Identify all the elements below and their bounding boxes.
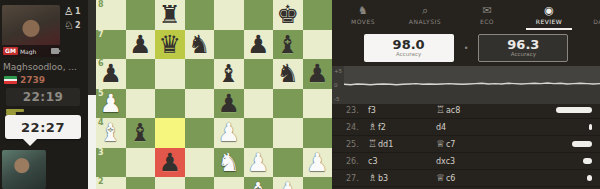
square-f6[interactable]: [244, 59, 274, 89]
black-knight-g6[interactable]: ♞: [277, 61, 299, 86]
move-time-bar-wrap: [504, 124, 592, 130]
move-time-bar: [572, 141, 592, 147]
board-container: 8♜♚7♟♛♞♟♝6♟♝♞♟5♟♟4♝♝♟3♟♞♟♟2♝♟1: [96, 0, 332, 189]
move-row-26: 26.c3dxc3: [332, 153, 600, 170]
square-g6[interactable]: ♞: [273, 59, 303, 89]
white-pawn-f3[interactable]: ♟: [247, 150, 269, 175]
accuracy-white-box: 98.0 Accuracy: [364, 34, 454, 62]
black-pawn-h6[interactable]: ♟: [306, 61, 328, 86]
captured-count: 2: [75, 22, 81, 30]
square-b7[interactable]: ♟: [126, 30, 156, 60]
black-move[interactable]: ♕c6: [436, 173, 504, 183]
tab-label: ECO: [480, 18, 494, 25]
black-bishop-b4[interactable]: ♝: [129, 120, 151, 145]
black-pawn-f7[interactable]: ♟: [247, 32, 269, 57]
square-a3[interactable]: 3: [96, 148, 126, 178]
square-e8[interactable]: [214, 0, 244, 30]
black-move[interactable]: d4: [436, 123, 504, 132]
move-time-bar: [589, 124, 592, 130]
tab-moves[interactable]: ♞MOVES: [332, 0, 394, 30]
rank-label-5: 5: [98, 90, 104, 98]
move-time-bar: [587, 175, 592, 181]
white-pawn-h3[interactable]: ♟: [306, 150, 328, 175]
captured-row-1: ♘2: [64, 20, 80, 31]
knight-icon: ♞: [358, 5, 368, 16]
square-a4[interactable]: 4♝: [96, 118, 126, 148]
accuracy-separator-dot: •: [464, 44, 469, 53]
black-figurine-icon: ♖: [436, 105, 445, 115]
captured-piece-icon: ♙: [64, 6, 74, 17]
square-h2[interactable]: [303, 177, 333, 189]
photo-overlay-name: Magh: [20, 48, 49, 55]
accuracy-black-value: 96.3: [507, 38, 539, 52]
accuracy-white-value: 98.0: [393, 38, 425, 52]
rank-label-7: 7: [98, 31, 104, 39]
captured-row-0: ♙1: [64, 6, 80, 17]
square-e4[interactable]: ♟: [214, 118, 244, 148]
square-h6[interactable]: ♟: [303, 59, 333, 89]
captured-piece-icon: ♘: [64, 20, 74, 31]
chess-review-app: GM Magh ♙1♘2 Maghsoodloo, ... 2739 22:19…: [0, 0, 600, 189]
square-c7[interactable]: ♛: [155, 30, 185, 60]
move-row-25: 25.♖dd1♕c7: [332, 136, 600, 153]
tab-label: REVIEW: [536, 18, 563, 25]
black-bishop-e6[interactable]: ♝: [218, 61, 240, 86]
square-d5[interactable]: [185, 89, 215, 119]
black-bishop-g7[interactable]: ♝: [277, 32, 299, 57]
square-f3[interactable]: ♟: [244, 148, 274, 178]
player-top-rating: 2739: [20, 75, 45, 85]
captured-pieces-tray: ♙1♘2: [64, 6, 80, 31]
square-b2[interactable]: [126, 177, 156, 189]
tab-eco[interactable]: ✉ECO: [456, 0, 518, 30]
square-a2[interactable]: 2: [96, 177, 126, 189]
move-row-24: 24.♗f2d4: [332, 119, 600, 136]
black-queen-c7[interactable]: ♛: [159, 32, 181, 57]
accuracy-white-label: Accuracy: [396, 52, 421, 58]
square-d8[interactable]: [185, 0, 215, 30]
square-c5[interactable]: [155, 89, 185, 119]
move-number: 25.: [346, 140, 368, 149]
move-number: 24.: [346, 123, 368, 132]
square-d7[interactable]: ♞: [185, 30, 215, 60]
white-pawn-g2[interactable]: ♟: [277, 179, 299, 189]
white-pawn-e4[interactable]: ♟: [218, 120, 240, 145]
square-a6[interactable]: 6♟: [96, 59, 126, 89]
rank-label-6: 6: [98, 60, 104, 68]
clock-bottom-active: 22:27: [5, 115, 81, 139]
white-bishop-f2[interactable]: ♝: [247, 179, 269, 189]
black-move[interactable]: dxc3: [436, 157, 504, 166]
square-b6[interactable]: [126, 59, 156, 89]
evaluation-graph-svg: [344, 66, 600, 104]
square-f4[interactable]: [244, 118, 274, 148]
square-d2[interactable]: [185, 177, 215, 189]
square-e7[interactable]: [214, 30, 244, 60]
black-figurine-icon: ♕: [436, 173, 445, 183]
white-knight-e3[interactable]: ♞: [218, 150, 240, 175]
square-f7[interactable]: ♟: [244, 30, 274, 60]
move-row-27: 27.♗b3♕c6: [332, 170, 600, 187]
tab-label: ANALYSIS: [409, 18, 441, 25]
rank-label-4: 4: [98, 119, 104, 127]
square-h7[interactable]: [303, 30, 333, 60]
square-g7[interactable]: ♝: [273, 30, 303, 60]
white-figurine-icon: ♗: [368, 122, 377, 132]
camera-icon: [51, 48, 59, 54]
black-pawn-e5[interactable]: ♟: [218, 91, 240, 116]
square-b3[interactable]: [126, 148, 156, 178]
square-a8[interactable]: 8: [96, 0, 126, 30]
rank-label-3: 3: [98, 149, 104, 157]
square-b4[interactable]: ♝: [126, 118, 156, 148]
square-f2[interactable]: ♝: [244, 177, 274, 189]
captured-count: 1: [75, 8, 81, 16]
square-e2[interactable]: [214, 177, 244, 189]
square-c3[interactable]: ♟: [155, 148, 185, 178]
black-figurine-icon: ♕: [436, 139, 445, 149]
black-move[interactable]: ♖ac8: [436, 105, 504, 115]
black-king-g8[interactable]: ♚: [277, 2, 299, 27]
move-row-23: 23.f3♖ac8: [332, 102, 600, 119]
square-g2[interactable]: ♟: [273, 177, 303, 189]
white-figurine-icon: ♖: [368, 139, 377, 149]
square-g5[interactable]: [273, 89, 303, 119]
square-c2[interactable]: [155, 177, 185, 189]
move-time-bar-wrap: [504, 107, 592, 113]
evaluation-bar: [88, 0, 96, 189]
chess-board: 8♜♚7♟♛♞♟♝6♟♝♞♟5♟♟4♝♝♟3♟♞♟♟2♝♟1: [96, 0, 332, 189]
player-top-photo-overlay: GM Magh: [2, 45, 60, 57]
square-d4[interactable]: [185, 118, 215, 148]
white-move[interactable]: f3: [368, 106, 436, 115]
square-g3[interactable]: [273, 148, 303, 178]
move-time-bar-wrap: [504, 141, 592, 147]
move-number: 23.: [346, 106, 368, 115]
tab-analysis[interactable]: ⌕ANALYSIS: [394, 0, 456, 30]
square-f5[interactable]: [244, 89, 274, 119]
white-move[interactable]: ♖dd1: [368, 139, 436, 149]
player-top-photo[interactable]: GM Magh: [2, 5, 60, 57]
square-h4[interactable]: [303, 118, 333, 148]
iran-flag-icon: [4, 76, 17, 84]
move-list: 23.f3♖ac824.♗f2d425.♖dd1♕c726.c3dxc327.♗…: [332, 102, 600, 189]
accuracy-black-label: Accuracy: [511, 52, 536, 58]
tab-database[interactable]: ☰DATABASE: [580, 0, 600, 30]
analysis-panel: ♞MOVES⌕ANALYSIS✉ECO◉REVIEW☰DATABASE 98.0…: [332, 0, 600, 189]
black-knight-d7[interactable]: ♞: [188, 32, 210, 57]
rank-label-2: 2: [98, 178, 104, 186]
target-icon: ◉: [544, 5, 554, 16]
panel-tabs: ♞MOVES⌕ANALYSIS✉ECO◉REVIEW☰DATABASE: [332, 0, 600, 30]
player-bottom-photo[interactable]: [2, 150, 46, 189]
square-a7[interactable]: 7: [96, 30, 126, 60]
square-b8[interactable]: [126, 0, 156, 30]
square-e3[interactable]: ♞: [214, 148, 244, 178]
square-g4[interactable]: [273, 118, 303, 148]
move-time-bar: [583, 158, 592, 164]
player-sidebar: GM Magh ♙1♘2 Maghsoodloo, ... 2739 22:19…: [0, 0, 88, 189]
player-top-name[interactable]: Maghsoodloo, ...: [3, 62, 85, 72]
square-c6[interactable]: [155, 59, 185, 89]
white-move[interactable]: ♗b3: [368, 173, 436, 183]
black-rook-c8[interactable]: ♜: [159, 2, 181, 27]
envelope-icon: ✉: [482, 5, 491, 16]
square-a5[interactable]: 5♟: [96, 89, 126, 119]
evaluation-bar-black-part: [88, 0, 96, 95]
square-h8[interactable]: [303, 0, 333, 30]
gm-title-badge: GM: [3, 47, 18, 55]
square-e5[interactable]: ♟: [214, 89, 244, 119]
clock-top: 22:19: [6, 88, 80, 106]
square-c4[interactable]: [155, 118, 185, 148]
evaluation-graph[interactable]: +5 0 -5: [332, 66, 600, 104]
white-figurine-icon: ♗: [368, 173, 377, 183]
player-top-rating-row: 2739: [4, 75, 45, 85]
black-move[interactable]: ♕c7: [436, 139, 504, 149]
accuracy-row: 98.0 Accuracy • 96.3 Accuracy: [332, 32, 600, 64]
move-number: 27.: [346, 174, 368, 183]
black-pawn-b7[interactable]: ♟: [129, 32, 151, 57]
graph-axis-plus: +5: [334, 69, 344, 75]
move-time-bar-wrap: [504, 175, 592, 181]
square-b5[interactable]: [126, 89, 156, 119]
black-pawn-c3[interactable]: ♟: [159, 150, 181, 175]
square-d6[interactable]: [185, 59, 215, 89]
square-c8[interactable]: ♜: [155, 0, 185, 30]
graph-axis-zero: 0: [334, 83, 344, 89]
square-d3[interactable]: [185, 148, 215, 178]
tab-review[interactable]: ◉REVIEW: [518, 0, 580, 30]
square-f8[interactable]: [244, 0, 274, 30]
white-move[interactable]: ♗f2: [368, 122, 436, 132]
move-number: 26.: [346, 157, 368, 166]
square-h3[interactable]: ♟: [303, 148, 333, 178]
square-g8[interactable]: ♚: [273, 0, 303, 30]
move-time-bar-wrap: [504, 158, 592, 164]
move-time-bar: [556, 107, 592, 113]
tab-label: DATABASE: [593, 18, 600, 25]
square-h5[interactable]: [303, 89, 333, 119]
tab-label: MOVES: [351, 18, 375, 25]
white-move[interactable]: c3: [368, 157, 436, 166]
search-icon: ⌕: [422, 5, 428, 16]
square-e6[interactable]: ♝: [214, 59, 244, 89]
accuracy-black-box: 96.3 Accuracy: [478, 34, 568, 62]
rank-label-8: 8: [98, 1, 104, 9]
